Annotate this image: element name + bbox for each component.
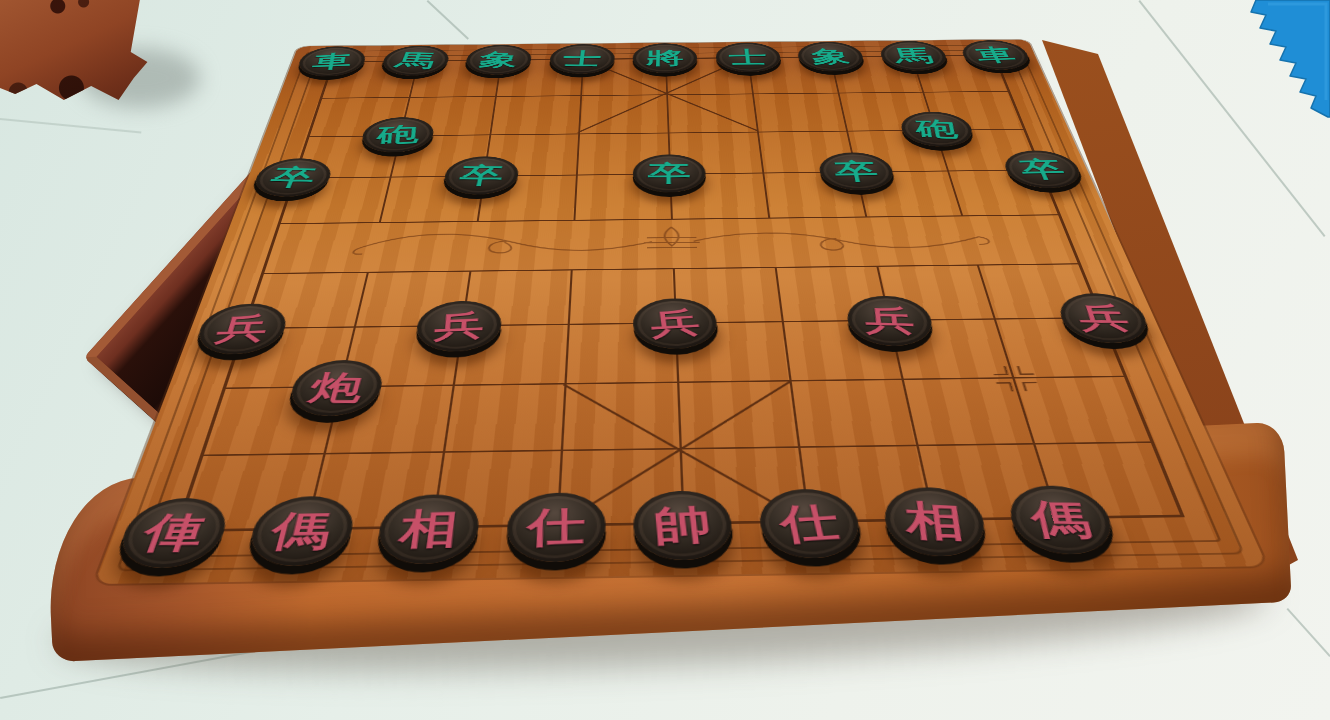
piece-red-chariot[interactable]: 俥 — [111, 498, 235, 568]
piece-red-horse[interactable]: 傌 — [243, 496, 359, 567]
board-cell — [442, 383, 564, 451]
wooden-stand — [0, 0, 152, 100]
piece-character: 車 — [972, 46, 1018, 65]
board-cell — [677, 380, 798, 448]
piece-character: 卒 — [458, 164, 506, 187]
board-cell — [789, 379, 915, 447]
piece-red-soldier[interactable]: 兵 — [1054, 292, 1154, 343]
piece-green-chariot[interactable]: 車 — [957, 39, 1036, 71]
piece-character: 傌 — [267, 510, 335, 552]
piece-character: 馬 — [393, 51, 438, 69]
board-markings — [174, 55, 1185, 532]
piece-green-soldier[interactable]: 卒 — [816, 152, 897, 190]
piece-green-advisor[interactable]: 士 — [714, 42, 782, 72]
piece-red-advisor[interactable]: 仕 — [753, 486, 866, 561]
piece-green-soldier[interactable]: 卒 — [440, 156, 521, 195]
piece-character: 將 — [646, 49, 684, 67]
piece-red-cannon[interactable]: 炮 — [283, 360, 388, 417]
piece-character: 士 — [562, 50, 602, 68]
board-cell — [666, 93, 756, 132]
tile-grout-line — [0, 118, 141, 134]
piece-green-cannon[interactable]: 砲 — [899, 111, 975, 147]
board-cell — [671, 218, 774, 268]
piece-red-soldier[interactable]: 兵 — [192, 302, 291, 355]
board-cell — [489, 95, 580, 134]
scene: 車馬象士將士象馬車砲砲卒卒卒卒卒兵兵兵兵兵炮俥傌相仕帥仕相傌 — [0, 0, 1330, 720]
piece-character: 相 — [903, 500, 966, 542]
piece-character: 兵 — [213, 313, 271, 344]
piece-red-soldier[interactable]: 兵 — [415, 299, 502, 353]
piece-character: 象 — [809, 47, 851, 65]
pieces-layer: 車馬象士將士象馬車砲砲卒卒卒卒卒兵兵兵兵兵炮俥傌相仕帥仕相傌 — [332, 55, 995, 61]
piece-character: 象 — [477, 51, 519, 69]
piece-green-elephant[interactable]: 象 — [462, 44, 534, 75]
board-cell — [264, 222, 378, 273]
piece-red-soldier[interactable]: 兵 — [630, 296, 721, 350]
piece-red-horse[interactable]: 傌 — [1004, 485, 1119, 556]
tile-grout-line — [1287, 608, 1330, 657]
piece-green-soldier[interactable]: 卒 — [632, 155, 706, 193]
board-cell — [578, 94, 667, 133]
piece-character: 卒 — [648, 162, 691, 184]
piece-character: 炮 — [305, 371, 367, 404]
board-cell — [469, 220, 574, 271]
piece-red-elephant[interactable]: 相 — [374, 493, 481, 565]
piece-character: 卒 — [1016, 158, 1068, 181]
board-grid — [174, 55, 1185, 532]
board-cell — [1012, 376, 1150, 443]
piece-green-elephant[interactable]: 象 — [795, 41, 867, 72]
piece-character: 砲 — [914, 118, 959, 139]
piece-green-soldier[interactable]: 卒 — [999, 150, 1087, 189]
piece-green-chariot[interactable]: 車 — [296, 45, 367, 77]
board-playing-area: 車馬象士將士象馬車砲砲卒卒卒卒卒兵兵兵兵兵炮俥傌相仕帥仕相傌 — [174, 55, 1185, 532]
piece-green-soldier[interactable]: 卒 — [248, 158, 337, 197]
piece-green-horse[interactable]: 馬 — [876, 40, 951, 71]
board-cell — [561, 382, 679, 450]
piece-character: 帥 — [652, 503, 714, 547]
piece-character: 馬 — [891, 46, 935, 64]
piece-character: 兵 — [648, 307, 702, 339]
piece-character: 仕 — [526, 505, 585, 548]
piece-character: 卒 — [833, 160, 881, 183]
piece-red-soldier[interactable]: 兵 — [846, 295, 935, 347]
piece-green-advisor[interactable]: 士 — [547, 44, 615, 74]
piece-character: 仕 — [776, 501, 842, 545]
piece-character: 士 — [728, 48, 768, 66]
piece-red-advisor[interactable]: 仕 — [505, 491, 606, 564]
tile-grout-line — [427, 0, 469, 40]
piece-character: 砲 — [376, 123, 420, 145]
piece-character: 相 — [397, 507, 460, 549]
board-cell — [752, 93, 846, 132]
piece-red-elephant[interactable]: 相 — [882, 486, 989, 558]
board-cell — [571, 219, 673, 269]
piece-character: 卒 — [267, 166, 320, 189]
piece-character: 俥 — [137, 512, 210, 553]
piece-green-general[interactable]: 將 — [632, 43, 697, 73]
piece-character: 兵 — [1074, 303, 1133, 333]
board-cell — [865, 215, 977, 265]
piece-character: 傌 — [1026, 499, 1094, 541]
piece-red-general[interactable]: 帥 — [631, 489, 737, 563]
board-cell — [901, 377, 1033, 444]
piece-character: 車 — [311, 52, 353, 71]
board-cell — [961, 214, 1077, 264]
piece-green-horse[interactable]: 馬 — [377, 45, 453, 76]
piece-green-cannon[interactable]: 砲 — [360, 116, 434, 154]
board-cell — [768, 217, 876, 267]
piece-character: 兵 — [433, 310, 484, 342]
piece-character: 兵 — [864, 305, 916, 336]
foam-mat — [1248, 0, 1330, 118]
board-cell — [367, 221, 477, 272]
